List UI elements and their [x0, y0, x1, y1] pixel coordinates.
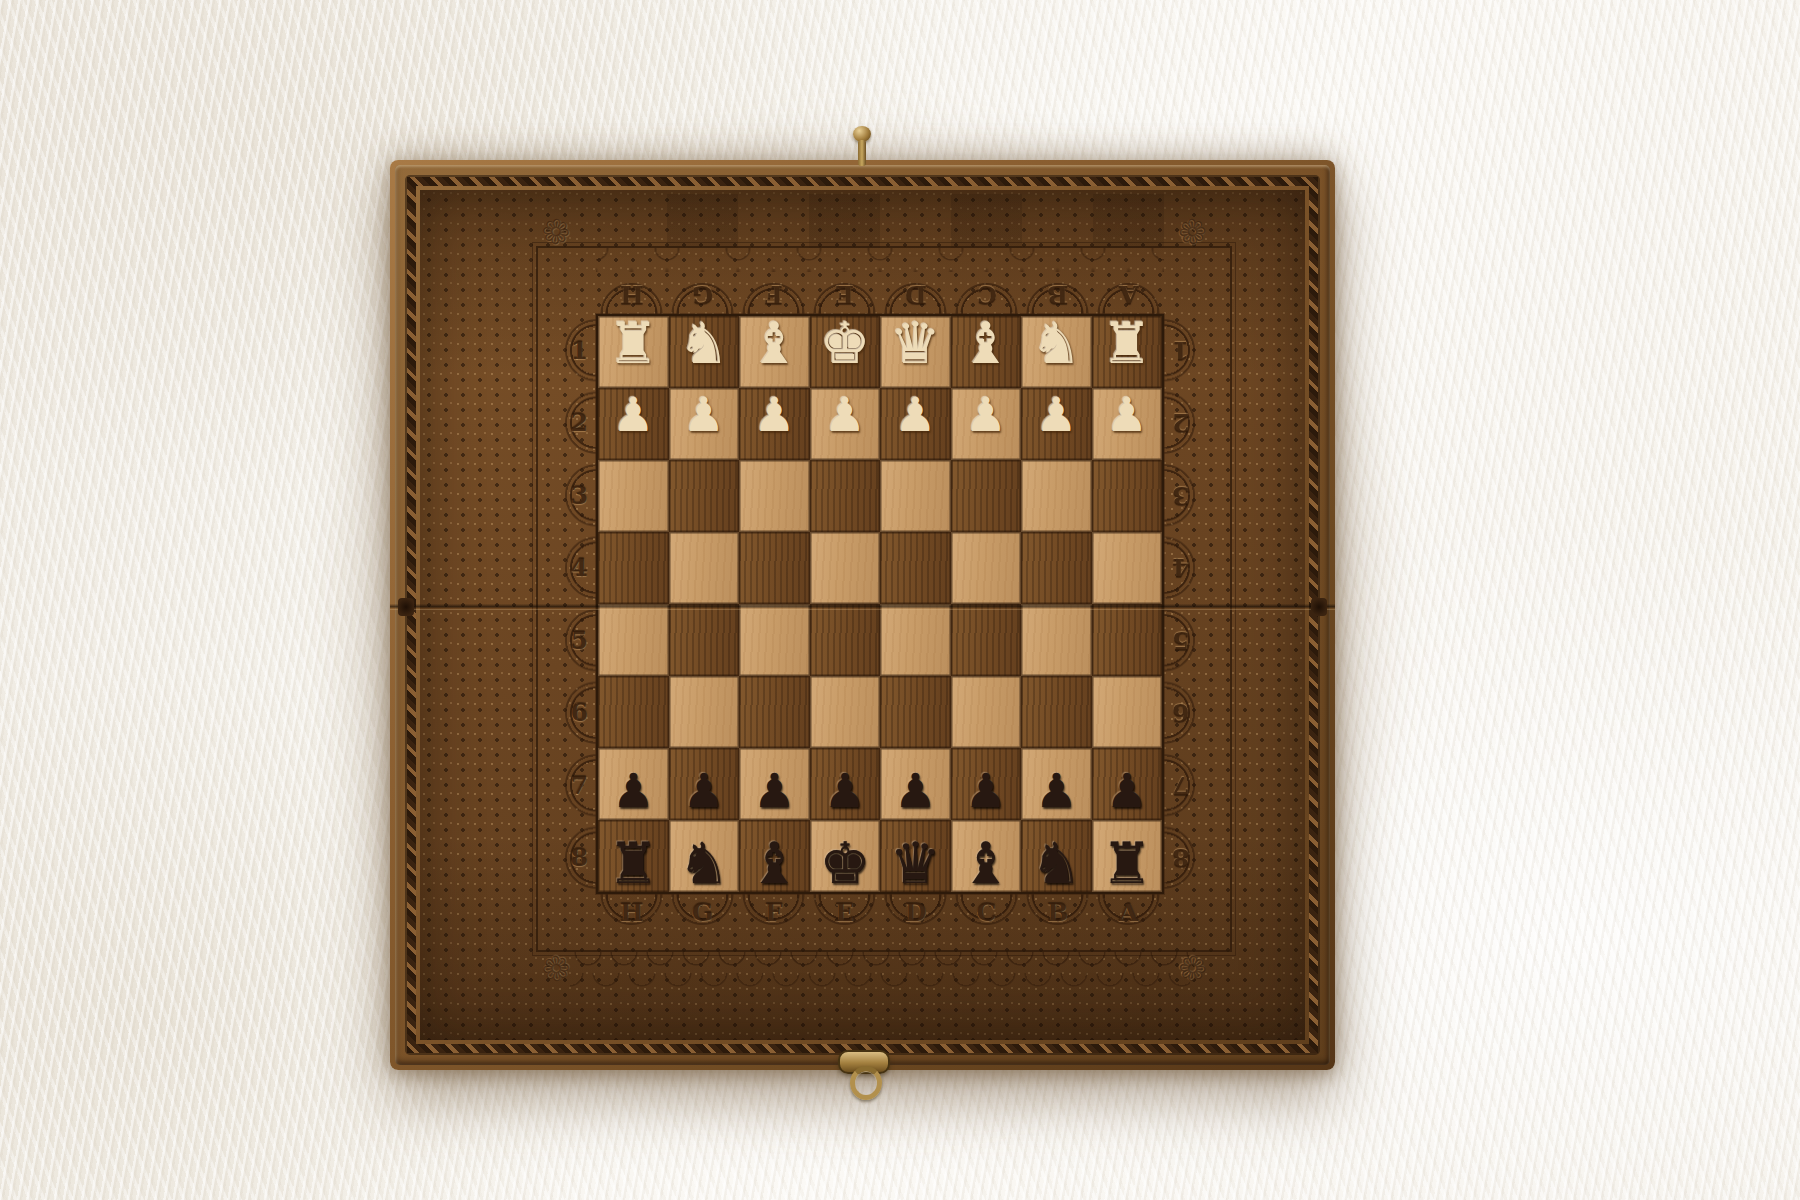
rank-label-left-6: 6 — [536, 677, 596, 750]
square-f3[interactable] — [739, 460, 810, 532]
square-g2[interactable]: ♟ — [669, 388, 740, 460]
square-c5[interactable] — [951, 604, 1022, 676]
square-d6[interactable] — [880, 676, 951, 748]
square-g3[interactable] — [669, 460, 740, 532]
file-labels-top: HGFEDCBA — [596, 248, 1164, 314]
rank-label-right-4: 4 — [1164, 532, 1224, 605]
square-a4[interactable] — [1092, 532, 1163, 604]
square-a7[interactable]: ♟ — [1092, 748, 1163, 820]
square-a2[interactable]: ♟ — [1092, 388, 1163, 460]
square-e1[interactable]: ♚ — [810, 316, 881, 388]
rank-label-left-8: 8 — [536, 822, 596, 895]
file-label-top-h: H — [596, 248, 667, 314]
square-h1[interactable]: ♜ — [598, 316, 669, 388]
square-h8[interactable]: ♜ — [598, 820, 669, 892]
square-e7[interactable]: ♟ — [810, 748, 881, 820]
square-g1[interactable]: ♞ — [669, 316, 740, 388]
brass-hinge-pin — [846, 124, 878, 168]
square-f8[interactable]: ♝ — [739, 820, 810, 892]
rank-label-right-3: 3 — [1164, 459, 1224, 532]
square-a6[interactable] — [1092, 676, 1163, 748]
rank-label-right-8: 8 — [1164, 822, 1224, 895]
square-a1[interactable]: ♜ — [1092, 316, 1163, 388]
square-c2[interactable]: ♟ — [951, 388, 1022, 460]
file-label-bottom-a: A — [1093, 894, 1164, 948]
chess-board-box: ❁ ❁ ❁ ❁ HGFEDCBA HGFEDCBA 12345678 12345… — [390, 160, 1335, 1070]
square-b4[interactable] — [1021, 532, 1092, 604]
seam-hinge-notch-right — [1311, 598, 1327, 616]
file-label-bottom-g: G — [667, 894, 738, 948]
square-h5[interactable] — [598, 604, 669, 676]
square-c8[interactable]: ♝ — [951, 820, 1022, 892]
square-g6[interactable] — [669, 676, 740, 748]
engraved-checker-motif — [596, 194, 1164, 248]
square-d2[interactable]: ♟ — [880, 388, 951, 460]
square-f7[interactable]: ♟ — [739, 748, 810, 820]
square-d7[interactable]: ♟ — [880, 748, 951, 820]
square-g5[interactable] — [669, 604, 740, 676]
square-d3[interactable] — [880, 460, 951, 532]
rank-label-left-2: 2 — [536, 387, 596, 460]
file-label-bottom-b: B — [1022, 894, 1093, 948]
square-e4[interactable] — [810, 532, 881, 604]
rank-label-right-6: 6 — [1164, 677, 1224, 750]
square-f2[interactable]: ♟ — [739, 388, 810, 460]
square-g8[interactable]: ♞ — [669, 820, 740, 892]
file-label-top-b: B — [1022, 248, 1093, 314]
square-h6[interactable] — [598, 676, 669, 748]
square-g7[interactable]: ♟ — [669, 748, 740, 820]
square-e8[interactable]: ♚ — [810, 820, 881, 892]
rank-label-right-5: 5 — [1164, 604, 1224, 677]
square-b8[interactable]: ♞ — [1021, 820, 1092, 892]
file-label-bottom-h: H — [596, 894, 667, 948]
square-c6[interactable] — [951, 676, 1022, 748]
square-d4[interactable] — [880, 532, 951, 604]
square-f6[interactable] — [739, 676, 810, 748]
square-h3[interactable] — [598, 460, 669, 532]
square-c3[interactable] — [951, 460, 1022, 532]
square-h4[interactable] — [598, 532, 669, 604]
rank-label-left-3: 3 — [536, 459, 596, 532]
file-label-top-d: D — [880, 248, 951, 314]
square-f1[interactable]: ♝ — [739, 316, 810, 388]
square-b5[interactable] — [1021, 604, 1092, 676]
file-label-top-c: C — [951, 248, 1022, 314]
seam-hinge-notch-left — [398, 598, 414, 616]
square-d8[interactable]: ♛ — [880, 820, 951, 892]
file-label-bottom-d: D — [880, 894, 951, 948]
square-b1[interactable]: ♞ — [1021, 316, 1092, 388]
square-h7[interactable]: ♟ — [598, 748, 669, 820]
square-a5[interactable] — [1092, 604, 1163, 676]
rank-label-left-7: 7 — [536, 749, 596, 822]
file-label-top-e: E — [809, 248, 880, 314]
square-e5[interactable] — [810, 604, 881, 676]
square-a8[interactable]: ♜ — [1092, 820, 1163, 892]
file-labels-bottom: HGFEDCBA — [596, 894, 1164, 948]
square-e6[interactable] — [810, 676, 881, 748]
square-d1[interactable]: ♛ — [880, 316, 951, 388]
square-g4[interactable] — [669, 532, 740, 604]
brass-clasp — [828, 1046, 896, 1098]
rank-label-right-1: 1 — [1164, 314, 1224, 387]
square-f5[interactable] — [739, 604, 810, 676]
rank-label-left-4: 4 — [536, 532, 596, 605]
square-b2[interactable]: ♟ — [1021, 388, 1092, 460]
file-label-top-f: F — [738, 248, 809, 314]
file-label-top-a: A — [1093, 248, 1164, 314]
square-d5[interactable] — [880, 604, 951, 676]
file-label-bottom-c: C — [951, 894, 1022, 948]
file-label-bottom-e: E — [809, 894, 880, 948]
wave-carving-row — [570, 952, 1190, 994]
square-e2[interactable]: ♟ — [810, 388, 881, 460]
rank-label-left-5: 5 — [536, 604, 596, 677]
rank-label-left-1: 1 — [536, 314, 596, 387]
square-b6[interactable] — [1021, 676, 1092, 748]
file-label-bottom-f: F — [738, 894, 809, 948]
rank-label-right-2: 2 — [1164, 387, 1224, 460]
square-a3[interactable] — [1092, 460, 1163, 532]
square-c1[interactable]: ♝ — [951, 316, 1022, 388]
square-c7[interactable]: ♟ — [951, 748, 1022, 820]
square-b7[interactable]: ♟ — [1021, 748, 1092, 820]
square-b3[interactable] — [1021, 460, 1092, 532]
square-f4[interactable] — [739, 532, 810, 604]
fold-seam — [390, 604, 1335, 610]
square-h2[interactable]: ♟ — [598, 388, 669, 460]
file-label-top-g: G — [667, 248, 738, 314]
square-c4[interactable] — [951, 532, 1022, 604]
square-e3[interactable] — [810, 460, 881, 532]
rank-label-right-7: 7 — [1164, 749, 1224, 822]
